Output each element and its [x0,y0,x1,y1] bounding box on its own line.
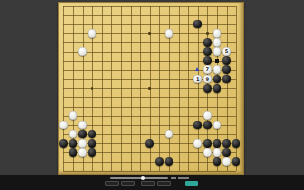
time-readout [171,177,189,179]
seek-handle[interactable] [141,176,145,180]
black-stone [69,148,78,157]
square-marker [215,59,219,63]
black-stone [213,139,222,148]
white-stone [213,65,222,74]
white-stone [69,130,78,139]
black-stone [213,75,222,84]
primary-action-button[interactable] [185,181,198,186]
white-stone [222,157,231,166]
white-stone [78,148,87,157]
black-stone [232,157,241,166]
white-stone [213,38,222,47]
black-stone [222,56,231,65]
player-bar [0,175,304,190]
black-stone [69,139,78,148]
grid-line-horizontal [63,24,236,25]
star-point [148,32,151,35]
control-button-4[interactable] [157,181,171,186]
triangle-marker [195,67,199,71]
grid-line-horizontal [63,15,236,16]
move-number-label: 1 [196,77,199,82]
black-stone [203,38,212,47]
black-stone [88,139,97,148]
go-board[interactable]: 5719 [58,2,244,175]
black-stone [165,157,174,166]
control-button-3[interactable] [141,181,155,186]
black-stone [193,121,202,130]
black-stone [213,84,222,93]
grid-line-horizontal [63,97,236,98]
white-stone [203,111,212,120]
black-stone [222,139,231,148]
black-stone [145,139,154,148]
white-stone [59,121,68,130]
control-button-2[interactable] [121,181,135,186]
black-stone [203,139,212,148]
white-stone [78,47,87,56]
white-stone: 9 [203,75,212,84]
grid-line-horizontal [63,6,236,7]
move-number-label: 9 [206,77,209,82]
black-stone [59,139,68,148]
black-stone [193,20,202,29]
black-stone [203,56,212,65]
white-stone: 7 [203,65,212,74]
white-stone [213,29,222,38]
black-stone [78,130,87,139]
white-stone [203,148,212,157]
control-button-1[interactable] [105,181,119,186]
star-point [206,32,209,35]
white-stone [165,29,174,38]
seek-bar[interactable] [110,177,168,179]
black-stone [232,139,241,148]
white-stone [165,130,174,139]
white-stone [213,47,222,56]
black-stone [222,75,231,84]
black-stone [203,84,212,93]
white-stone: 5 [222,47,231,56]
app-screen: 5719 [0,0,304,190]
grid-line-horizontal [63,171,236,172]
white-stone [193,139,202,148]
black-stone [88,148,97,157]
white-stone [78,121,87,130]
black-stone [88,130,97,139]
black-stone [155,157,164,166]
grid-line-horizontal [63,162,236,163]
white-stone [88,29,97,38]
black-stone [222,148,231,157]
black-stone [203,121,212,130]
white-stone [69,111,78,120]
move-number-label: 5 [225,49,228,54]
black-stone [222,65,231,74]
white-stone [78,139,87,148]
white-stone: 1 [193,75,202,84]
move-number-label: 7 [206,68,209,73]
grid-line-horizontal [63,107,236,108]
black-stone [213,157,222,166]
black-stone [203,47,212,56]
white-stone [213,148,222,157]
white-stone [213,121,222,130]
star-point [148,87,151,90]
